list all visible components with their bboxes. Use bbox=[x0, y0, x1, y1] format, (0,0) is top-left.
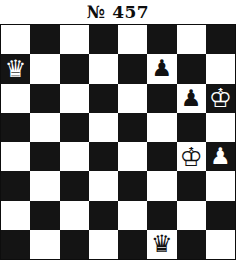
square-e4[interactable] bbox=[118, 142, 147, 171]
problem-number-title: № 457 bbox=[0, 0, 236, 24]
square-b2[interactable] bbox=[30, 201, 59, 230]
square-d1[interactable] bbox=[89, 230, 118, 259]
square-d7[interactable] bbox=[89, 54, 118, 83]
square-f2[interactable] bbox=[147, 201, 176, 230]
piece-black-pawn-f7[interactable]: ♟ bbox=[152, 57, 173, 80]
square-c2[interactable] bbox=[60, 201, 89, 230]
square-h4[interactable]: ♟ bbox=[206, 142, 235, 171]
square-g1[interactable] bbox=[177, 230, 206, 259]
square-a6[interactable] bbox=[1, 84, 30, 113]
piece-black-queen-f1[interactable]: ♛ bbox=[151, 232, 173, 256]
square-a8[interactable] bbox=[1, 25, 30, 54]
square-a5[interactable] bbox=[1, 113, 30, 142]
square-g5[interactable] bbox=[177, 113, 206, 142]
square-g7[interactable] bbox=[177, 54, 206, 83]
square-c8[interactable] bbox=[60, 25, 89, 54]
square-f1[interactable]: ♛ bbox=[147, 230, 176, 259]
square-g6[interactable]: ♟ bbox=[177, 84, 206, 113]
piece-white-king-g4[interactable]: ♔ bbox=[179, 144, 202, 170]
square-a7[interactable]: ♛ bbox=[1, 54, 30, 83]
square-h7[interactable] bbox=[206, 54, 235, 83]
piece-black-king-h6[interactable]: ♔ bbox=[209, 85, 232, 111]
square-f4[interactable] bbox=[147, 142, 176, 171]
square-f8[interactable] bbox=[147, 25, 176, 54]
square-c3[interactable] bbox=[60, 171, 89, 200]
square-e3[interactable] bbox=[118, 171, 147, 200]
piece-black-pawn-g6[interactable]: ♟ bbox=[181, 87, 202, 110]
square-b7[interactable] bbox=[30, 54, 59, 83]
square-a1[interactable] bbox=[1, 230, 30, 259]
piece-white-queen-a7[interactable]: ♛ bbox=[5, 57, 27, 81]
square-g2[interactable] bbox=[177, 201, 206, 230]
chess-diagram-page: № 457 ♛♟♟♔♔♟♛ bbox=[0, 0, 236, 260]
chess-board: ♛♟♟♔♔♟♛ bbox=[0, 24, 236, 260]
square-g4[interactable]: ♔ bbox=[177, 142, 206, 171]
square-b1[interactable] bbox=[30, 230, 59, 259]
square-e7[interactable] bbox=[118, 54, 147, 83]
square-e1[interactable] bbox=[118, 230, 147, 259]
square-a3[interactable] bbox=[1, 171, 30, 200]
square-c6[interactable] bbox=[60, 84, 89, 113]
square-f3[interactable] bbox=[147, 171, 176, 200]
square-b4[interactable] bbox=[30, 142, 59, 171]
square-d3[interactable] bbox=[89, 171, 118, 200]
square-h1[interactable] bbox=[206, 230, 235, 259]
square-h2[interactable] bbox=[206, 201, 235, 230]
square-d4[interactable] bbox=[89, 142, 118, 171]
square-d5[interactable] bbox=[89, 113, 118, 142]
square-f5[interactable] bbox=[147, 113, 176, 142]
square-e5[interactable] bbox=[118, 113, 147, 142]
square-d2[interactable] bbox=[89, 201, 118, 230]
square-e2[interactable] bbox=[118, 201, 147, 230]
piece-white-pawn-h4[interactable]: ♟ bbox=[210, 145, 231, 168]
square-a4[interactable] bbox=[1, 142, 30, 171]
square-c5[interactable] bbox=[60, 113, 89, 142]
square-e6[interactable] bbox=[118, 84, 147, 113]
square-f7[interactable]: ♟ bbox=[147, 54, 176, 83]
square-d8[interactable] bbox=[89, 25, 118, 54]
square-g8[interactable] bbox=[177, 25, 206, 54]
square-c1[interactable] bbox=[60, 230, 89, 259]
square-c4[interactable] bbox=[60, 142, 89, 171]
square-e8[interactable] bbox=[118, 25, 147, 54]
square-b8[interactable] bbox=[30, 25, 59, 54]
square-g3[interactable] bbox=[177, 171, 206, 200]
square-h8[interactable] bbox=[206, 25, 235, 54]
square-f6[interactable] bbox=[147, 84, 176, 113]
square-c7[interactable] bbox=[60, 54, 89, 83]
square-b5[interactable] bbox=[30, 113, 59, 142]
square-d6[interactable] bbox=[89, 84, 118, 113]
square-h6[interactable]: ♔ bbox=[206, 84, 235, 113]
square-h3[interactable] bbox=[206, 171, 235, 200]
square-b3[interactable] bbox=[30, 171, 59, 200]
square-h5[interactable] bbox=[206, 113, 235, 142]
square-b6[interactable] bbox=[30, 84, 59, 113]
square-a2[interactable] bbox=[1, 201, 30, 230]
